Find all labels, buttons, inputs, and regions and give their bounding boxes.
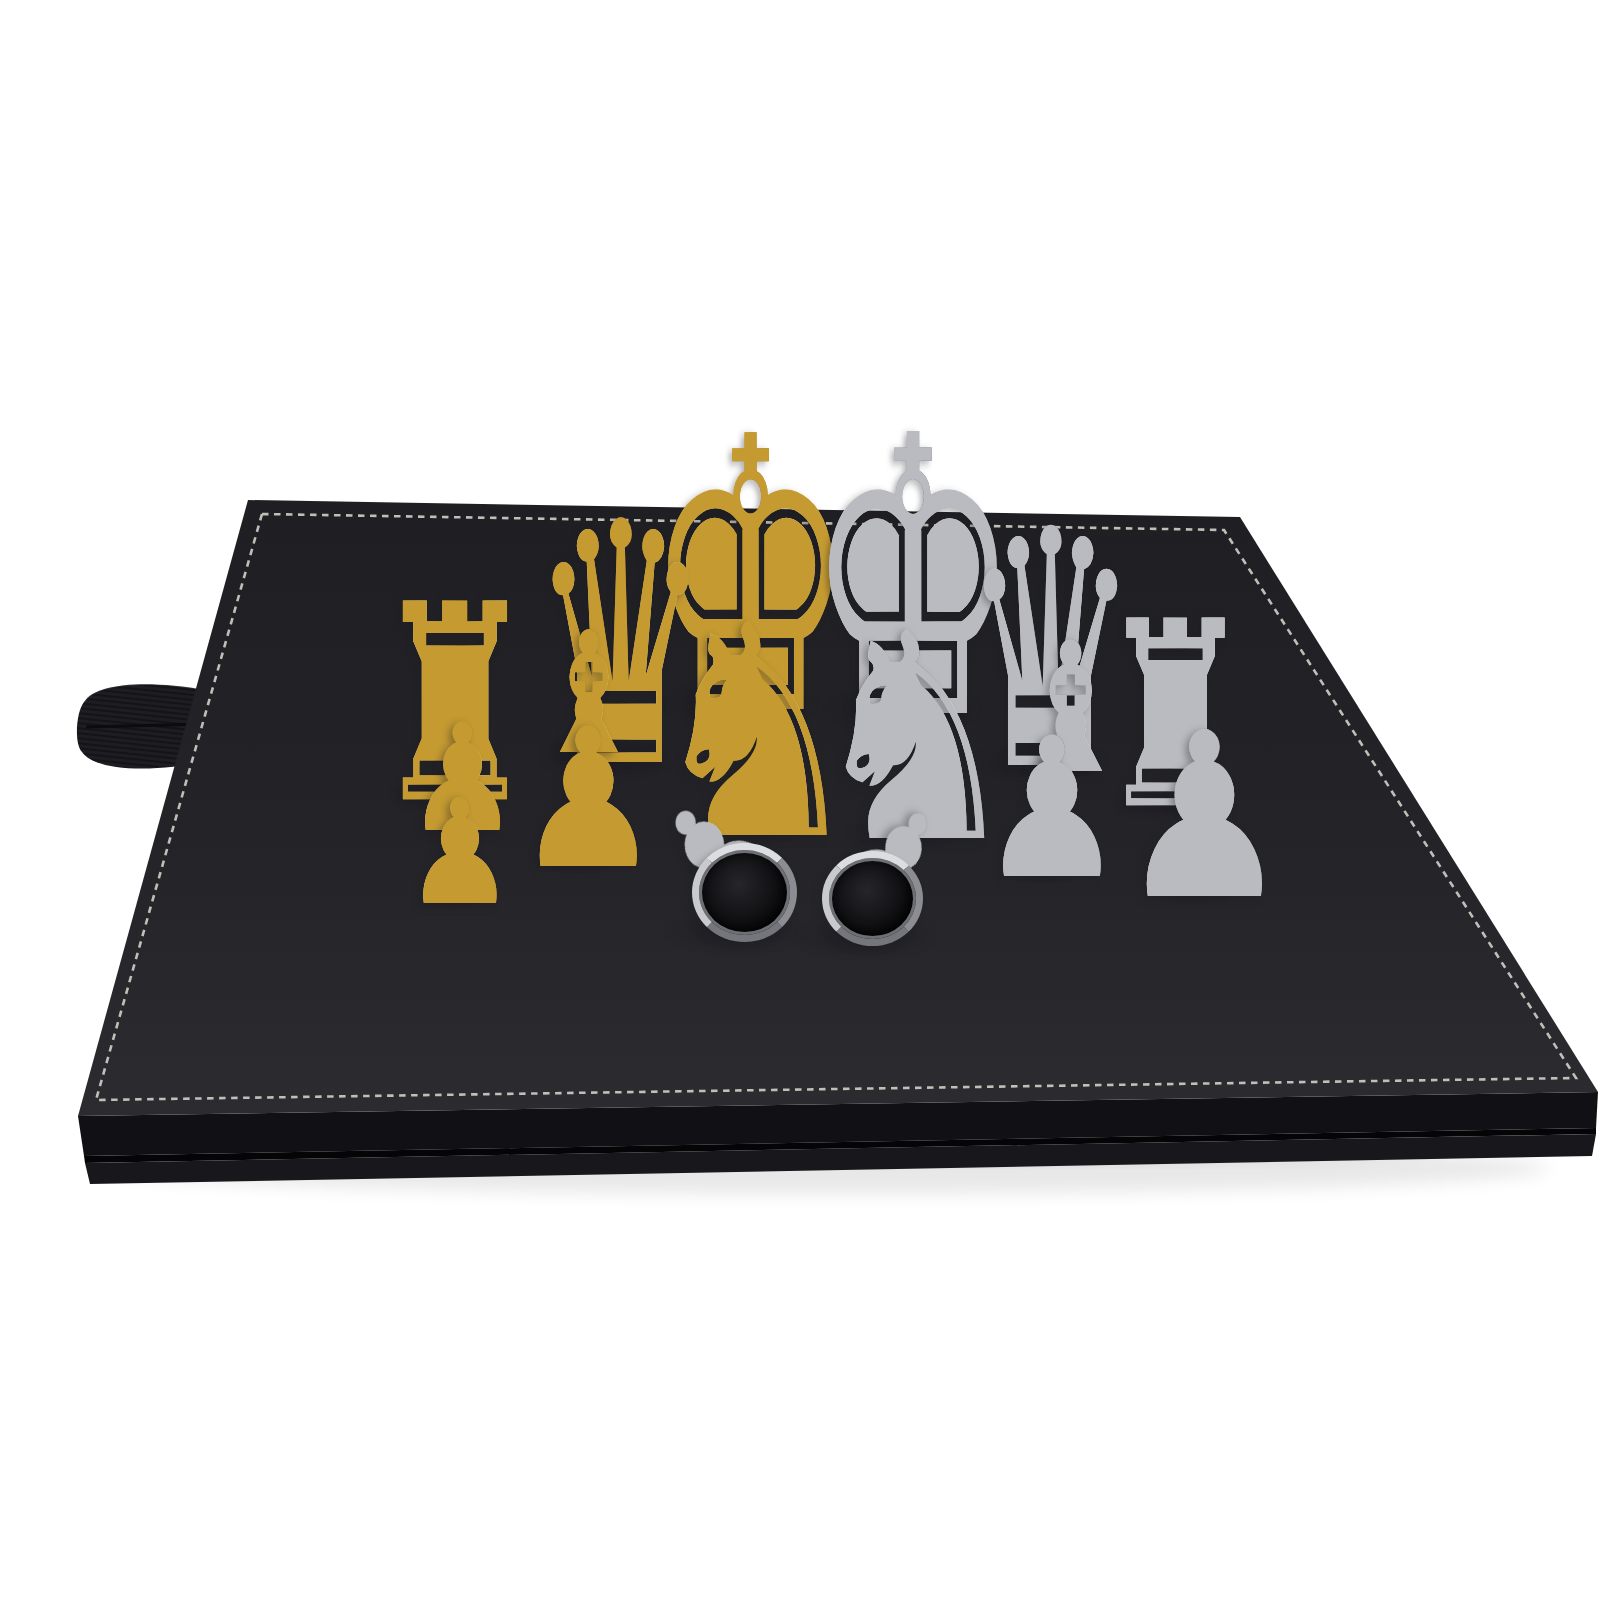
board-leather-base [0,0,1600,1600]
leather-top-face [78,500,1598,1116]
chess-set-product-photo: ♚♛♝♞♜♟♟♟♚♛♝♞♜♟♟♟♟ [0,0,1600,1600]
